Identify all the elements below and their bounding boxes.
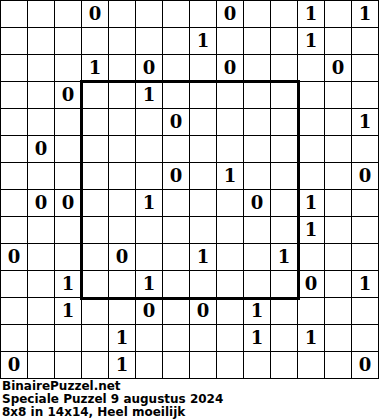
cell-r8c1[interactable]	[28, 217, 54, 243]
cell-r5c5[interactable]	[136, 136, 162, 162]
cell-r2c4[interactable]	[109, 55, 135, 81]
cell-r7c4[interactable]	[109, 190, 135, 216]
cell-r2c0[interactable]	[1, 55, 27, 81]
cell-r6c1[interactable]	[28, 163, 54, 189]
cell-r12c13[interactable]	[352, 325, 378, 351]
cell-r3c1[interactable]	[28, 82, 54, 108]
cell-r5c10[interactable]	[271, 136, 297, 162]
cell-r2c12: 0	[325, 55, 351, 81]
cell-r13c3[interactable]	[82, 352, 108, 378]
cell-r13c1[interactable]	[28, 352, 54, 378]
cell-r5c11[interactable]	[298, 136, 324, 162]
cell-r11c9: 1	[244, 298, 270, 324]
cell-r13c9[interactable]	[244, 352, 270, 378]
cell-r8c5[interactable]	[136, 217, 162, 243]
cell-r12c3[interactable]	[82, 325, 108, 351]
cell-r5c2[interactable]	[55, 136, 81, 162]
cell-r10c9[interactable]	[244, 271, 270, 297]
cell-r4c6: 0	[163, 109, 189, 135]
cell-r2c9[interactable]	[244, 55, 270, 81]
cell-r6c6: 0	[163, 163, 189, 189]
cell-r10c5: 1	[136, 271, 162, 297]
cell-r8c6[interactable]	[163, 217, 189, 243]
cell-r8c9[interactable]	[244, 217, 270, 243]
cell-r6c0[interactable]	[1, 163, 27, 189]
cell-r7c13[interactable]	[352, 190, 378, 216]
cell-r7c9: 0	[244, 190, 270, 216]
cell-r11c12[interactable]	[325, 298, 351, 324]
cell-r3c2: 0	[55, 82, 81, 108]
cell-r0c5[interactable]	[136, 1, 162, 27]
cell-r12c5[interactable]	[136, 325, 162, 351]
cell-r0c6[interactable]	[163, 1, 189, 27]
cell-r6c4[interactable]	[109, 163, 135, 189]
cell-r8c0[interactable]	[1, 217, 27, 243]
cell-r4c11[interactable]	[298, 109, 324, 135]
cell-r11c1[interactable]	[28, 298, 54, 324]
cell-r9c3[interactable]	[82, 244, 108, 270]
cell-r12c2[interactable]	[55, 325, 81, 351]
cell-r2c2[interactable]	[55, 55, 81, 81]
cell-r12c0[interactable]	[1, 325, 27, 351]
cell-r4c7[interactable]	[190, 109, 216, 135]
cell-r0c13: 1	[352, 1, 378, 27]
cell-r10c11: 0	[298, 271, 324, 297]
cell-r12c8[interactable]	[217, 325, 243, 351]
cell-r3c7[interactable]	[190, 82, 216, 108]
cell-r8c3[interactable]	[82, 217, 108, 243]
cell-r1c2[interactable]	[55, 28, 81, 54]
cell-r5c9[interactable]	[244, 136, 270, 162]
cell-r11c11[interactable]	[298, 298, 324, 324]
cell-r4c8[interactable]	[217, 109, 243, 135]
cell-r1c8[interactable]	[217, 28, 243, 54]
cell-r11c7: 0	[190, 298, 216, 324]
cell-r3c6[interactable]	[163, 82, 189, 108]
cell-r3c12[interactable]	[325, 82, 351, 108]
cell-r0c10[interactable]	[271, 1, 297, 27]
cell-r5c13[interactable]	[352, 136, 378, 162]
cell-r9c13[interactable]	[352, 244, 378, 270]
cell-r12c10[interactable]	[271, 325, 297, 351]
cell-r13c12[interactable]	[325, 352, 351, 378]
cell-r9c1[interactable]	[28, 244, 54, 270]
page: 0011111000010100100010110011110110011110…	[0, 0, 381, 419]
cell-r8c4[interactable]	[109, 217, 135, 243]
cell-r11c4[interactable]	[109, 298, 135, 324]
cell-r1c6[interactable]	[163, 28, 189, 54]
cell-r5c1: 0	[28, 136, 54, 162]
cell-r10c2: 1	[55, 271, 81, 297]
puzzle-subtitle: 8x8 in 14x14, Heel moeilijk	[2, 406, 379, 419]
cell-r10c1[interactable]	[28, 271, 54, 297]
cell-r2c7[interactable]	[190, 55, 216, 81]
cell-r0c12[interactable]	[325, 1, 351, 27]
cell-r13c5[interactable]	[136, 352, 162, 378]
cell-r13c10[interactable]	[271, 352, 297, 378]
footer: BinairePuzzel.net Speciale Puzzel 9 augu…	[0, 379, 381, 419]
cell-r1c10[interactable]	[271, 28, 297, 54]
cell-r3c0[interactable]	[1, 82, 27, 108]
cell-r6c13: 0	[352, 163, 378, 189]
board-wrap: 0011111000010100100010110011110110011110…	[0, 0, 379, 379]
cell-r11c3[interactable]	[82, 298, 108, 324]
puzzle-grid: 0011111000010100100010110011110110011110…	[0, 0, 379, 379]
cell-r10c13: 1	[352, 271, 378, 297]
cell-r9c7: 1	[190, 244, 216, 270]
cell-r5c12[interactable]	[325, 136, 351, 162]
cell-r11c2: 1	[55, 298, 81, 324]
cell-r4c0[interactable]	[1, 109, 27, 135]
cell-r6c5[interactable]	[136, 163, 162, 189]
cell-r3c9[interactable]	[244, 82, 270, 108]
cell-r11c8[interactable]	[217, 298, 243, 324]
cell-r0c7[interactable]	[190, 1, 216, 27]
cell-r4c12[interactable]	[325, 109, 351, 135]
cell-r3c11[interactable]	[298, 82, 324, 108]
cell-r1c13[interactable]	[352, 28, 378, 54]
cell-r9c5[interactable]	[136, 244, 162, 270]
cell-r8c12[interactable]	[325, 217, 351, 243]
cell-r7c12[interactable]	[325, 190, 351, 216]
cell-r9c0: 0	[1, 244, 27, 270]
cell-r12c7[interactable]	[190, 325, 216, 351]
cell-r11c0[interactable]	[1, 298, 27, 324]
cell-r4c1[interactable]	[28, 109, 54, 135]
cell-r9c9[interactable]	[244, 244, 270, 270]
cell-r5c0[interactable]	[1, 136, 27, 162]
cell-r0c11: 1	[298, 1, 324, 27]
cell-r6c10[interactable]	[271, 163, 297, 189]
cell-r10c6[interactable]	[163, 271, 189, 297]
cell-r7c10[interactable]	[271, 190, 297, 216]
cell-r13c0: 0	[1, 352, 27, 378]
cell-r3c5: 1	[136, 82, 162, 108]
cell-r10c4[interactable]	[109, 271, 135, 297]
cell-r3c3[interactable]	[82, 82, 108, 108]
cell-r2c3: 1	[82, 55, 108, 81]
cell-r6c11[interactable]	[298, 163, 324, 189]
cell-r3c8[interactable]	[217, 82, 243, 108]
cell-r1c9[interactable]	[244, 28, 270, 54]
cell-r9c6[interactable]	[163, 244, 189, 270]
cell-r2c11[interactable]	[298, 55, 324, 81]
cell-r12c12[interactable]	[325, 325, 351, 351]
cell-r0c9[interactable]	[244, 1, 270, 27]
cell-r3c4[interactable]	[109, 82, 135, 108]
cell-r5c3[interactable]	[82, 136, 108, 162]
cell-r4c4[interactable]	[109, 109, 135, 135]
cell-r7c8[interactable]	[217, 190, 243, 216]
cell-r6c2[interactable]	[55, 163, 81, 189]
cell-r8c2[interactable]	[55, 217, 81, 243]
cell-r13c4: 1	[109, 352, 135, 378]
cell-r1c5[interactable]	[136, 28, 162, 54]
cell-r0c3: 0	[82, 1, 108, 27]
cell-r1c11: 1	[298, 28, 324, 54]
cell-r4c13: 1	[352, 109, 378, 135]
cell-r2c13[interactable]	[352, 55, 378, 81]
cell-r0c8: 0	[217, 1, 243, 27]
cell-r7c2: 0	[55, 190, 81, 216]
cell-r8c7[interactable]	[190, 217, 216, 243]
cell-r10c12[interactable]	[325, 271, 351, 297]
cell-r8c13[interactable]	[352, 217, 378, 243]
cell-r7c1: 0	[28, 190, 54, 216]
cell-r2c5: 0	[136, 55, 162, 81]
cell-r11c10[interactable]	[271, 298, 297, 324]
cell-r1c4[interactable]	[109, 28, 135, 54]
cell-r1c7: 1	[190, 28, 216, 54]
cell-r0c1[interactable]	[28, 1, 54, 27]
cell-r11c5: 0	[136, 298, 162, 324]
cell-r12c4: 1	[109, 325, 135, 351]
cell-r6c12[interactable]	[325, 163, 351, 189]
cell-r13c6[interactable]	[163, 352, 189, 378]
cell-r1c0[interactable]	[1, 28, 27, 54]
cell-r0c0[interactable]	[1, 1, 27, 27]
cell-r10c0[interactable]	[1, 271, 27, 297]
cell-r2c10[interactable]	[271, 55, 297, 81]
cell-r5c4[interactable]	[109, 136, 135, 162]
cell-r2c6[interactable]	[163, 55, 189, 81]
cell-r12c6[interactable]	[163, 325, 189, 351]
cell-r7c6[interactable]	[163, 190, 189, 216]
cell-r0c4[interactable]	[109, 1, 135, 27]
cell-r10c3[interactable]	[82, 271, 108, 297]
cell-r6c9[interactable]	[244, 163, 270, 189]
cell-r4c3[interactable]	[82, 109, 108, 135]
cell-r13c2[interactable]	[55, 352, 81, 378]
cell-r6c3[interactable]	[82, 163, 108, 189]
cell-r9c11[interactable]	[298, 244, 324, 270]
cell-r12c11: 1	[298, 325, 324, 351]
cell-r3c10[interactable]	[271, 82, 297, 108]
cell-r2c1[interactable]	[28, 55, 54, 81]
cell-r1c1[interactable]	[28, 28, 54, 54]
cell-r3c13[interactable]	[352, 82, 378, 108]
cell-r8c11: 1	[298, 217, 324, 243]
cell-r9c2[interactable]	[55, 244, 81, 270]
cell-r4c9[interactable]	[244, 109, 270, 135]
cell-r11c6[interactable]	[163, 298, 189, 324]
cell-r9c10: 1	[271, 244, 297, 270]
cell-r13c11[interactable]	[298, 352, 324, 378]
cell-r7c7[interactable]	[190, 190, 216, 216]
cell-r6c8: 1	[217, 163, 243, 189]
cell-r9c12[interactable]	[325, 244, 351, 270]
cell-r13c13: 0	[352, 352, 378, 378]
cell-r10c8[interactable]	[217, 271, 243, 297]
cell-r5c7[interactable]	[190, 136, 216, 162]
cell-r1c3[interactable]	[82, 28, 108, 54]
cell-r5c6[interactable]	[163, 136, 189, 162]
cell-r13c8[interactable]	[217, 352, 243, 378]
cell-r12c9: 1	[244, 325, 270, 351]
cell-r9c4: 0	[109, 244, 135, 270]
cell-r7c11: 1	[298, 190, 324, 216]
cell-r8c8[interactable]	[217, 217, 243, 243]
cell-r12c1[interactable]	[28, 325, 54, 351]
cell-r8c10[interactable]	[271, 217, 297, 243]
cell-r10c10[interactable]	[271, 271, 297, 297]
cell-r5c8[interactable]	[217, 136, 243, 162]
cell-r11c13[interactable]	[352, 298, 378, 324]
cell-r4c10[interactable]	[271, 109, 297, 135]
cell-r10c7[interactable]	[190, 271, 216, 297]
cell-r6c7[interactable]	[190, 163, 216, 189]
cell-r7c3[interactable]	[82, 190, 108, 216]
cell-r7c5: 1	[136, 190, 162, 216]
cell-r9c8[interactable]	[217, 244, 243, 270]
cell-r1c12[interactable]	[325, 28, 351, 54]
cell-r13c7[interactable]	[190, 352, 216, 378]
cell-r7c0[interactable]	[1, 190, 27, 216]
cell-r2c8: 0	[217, 55, 243, 81]
cell-r4c5[interactable]	[136, 109, 162, 135]
cell-r0c2[interactable]	[55, 1, 81, 27]
cell-r4c2[interactable]	[55, 109, 81, 135]
